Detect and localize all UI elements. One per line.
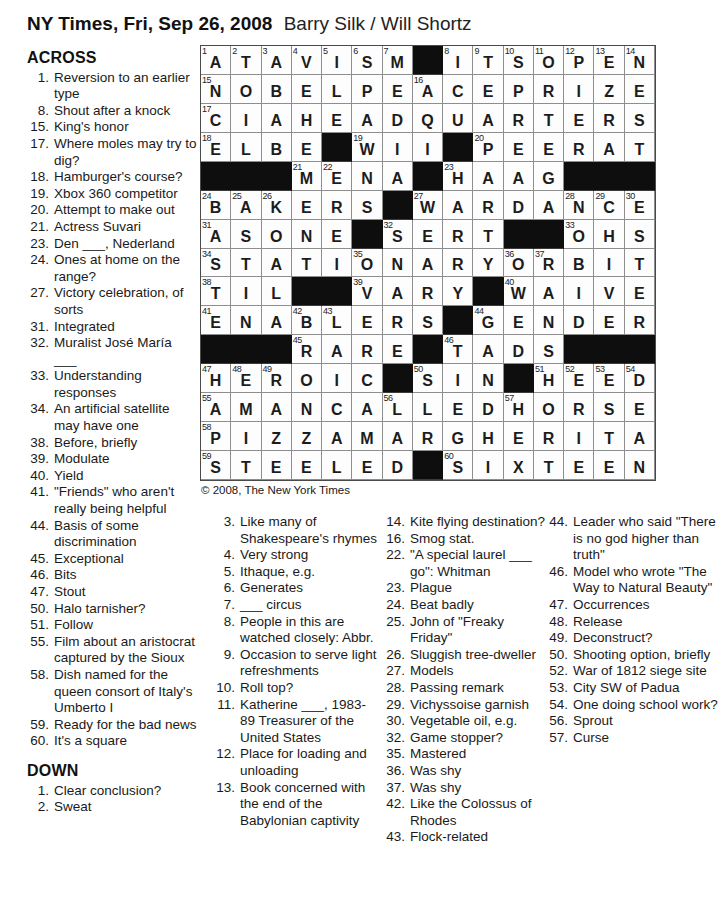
grid-cell[interactable]: A xyxy=(262,306,292,335)
grid-cell[interactable]: I xyxy=(564,277,594,306)
grid-cell[interactable]: E xyxy=(322,104,352,133)
grid-cell[interactable]: 28N xyxy=(564,191,594,220)
grid-cell[interactable]: R xyxy=(564,133,594,162)
cell-letter: O xyxy=(542,402,554,421)
grid-cell[interactable]: A xyxy=(383,162,413,191)
grid-cell[interactable]: D xyxy=(504,335,534,364)
cell-letter: V xyxy=(604,286,615,305)
grid-cell[interactable]: 47H xyxy=(201,364,231,393)
grid-cell[interactable]: E xyxy=(413,220,443,249)
cell-number: 14 xyxy=(626,46,635,56)
grid-cell[interactable]: 43L xyxy=(322,306,352,335)
grid-cell[interactable]: 39V xyxy=(352,277,382,306)
clue-number: 1. xyxy=(27,783,54,800)
grid-cell[interactable]: B xyxy=(262,133,292,162)
grid-cell[interactable]: 37R xyxy=(534,249,564,278)
grid-cell[interactable]: 54D xyxy=(625,364,655,393)
cell-letter: N xyxy=(361,171,373,190)
clue-number: 39. xyxy=(27,451,54,468)
grid-cell[interactable]: S xyxy=(625,104,655,133)
grid-cell[interactable]: 22E xyxy=(322,162,352,191)
grid-cell[interactable]: 24B xyxy=(201,191,231,220)
grid-cell[interactable]: 3A xyxy=(262,46,292,75)
grid-cell[interactable]: P xyxy=(504,75,534,104)
grid-cell[interactable]: T xyxy=(231,451,261,480)
grid-cell[interactable]: R xyxy=(504,104,534,133)
grid-cell[interactable]: 30E xyxy=(625,191,655,220)
grid-cell[interactable]: 57H xyxy=(504,393,534,422)
grid-cell[interactable]: 12P xyxy=(564,46,594,75)
grid-cell[interactable]: I xyxy=(564,75,594,104)
grid-cell[interactable]: I xyxy=(594,249,624,278)
grid-cell[interactable]: N xyxy=(292,220,322,249)
cell-letter: A xyxy=(331,431,343,450)
grid-cell[interactable]: Z xyxy=(292,422,322,451)
grid-cell[interactable]: N xyxy=(383,249,413,278)
grid-cell[interactable]: R xyxy=(443,220,473,249)
cell-letter: E xyxy=(634,286,645,305)
clue-text: Beat badly xyxy=(410,597,547,614)
clue-text: It's a square xyxy=(54,733,197,750)
cell-letter: O xyxy=(300,373,312,392)
grid-cell[interactable]: I xyxy=(231,422,261,451)
cell-letter: P xyxy=(362,84,373,103)
grid-cell[interactable]: 29C xyxy=(594,191,624,220)
cell-letter: E xyxy=(513,142,524,161)
grid-cell[interactable]: 46T xyxy=(443,335,473,364)
grid-cell[interactable]: I xyxy=(322,249,352,278)
grid-cell[interactable]: 2T xyxy=(231,46,261,75)
grid-cell[interactable]: Y xyxy=(443,277,473,306)
grid-cell[interactable]: S xyxy=(231,220,261,249)
grid-cell[interactable]: O xyxy=(292,364,322,393)
grid-cell[interactable]: T xyxy=(625,133,655,162)
grid-cell[interactable]: S xyxy=(413,306,443,335)
cell-letter: R xyxy=(452,257,464,276)
grid-cell[interactable]: D xyxy=(383,451,413,480)
cell-letter: R xyxy=(543,84,555,103)
cell-letter: V xyxy=(301,55,312,74)
grid-cell[interactable]: 20P xyxy=(473,133,503,162)
black-cell xyxy=(504,220,534,249)
grid-cell[interactable]: A xyxy=(262,249,292,278)
grid-cell[interactable]: A xyxy=(443,191,473,220)
clue-number: 51. xyxy=(27,617,54,634)
grid-cell[interactable]: E xyxy=(352,306,382,335)
grid-cell[interactable]: 51H xyxy=(534,364,564,393)
grid-cell[interactable]: D xyxy=(564,306,594,335)
grid-cell[interactable]: M xyxy=(231,393,261,422)
grid-cell[interactable]: A xyxy=(473,335,503,364)
crossword-grid[interactable]: 1A2T3A4V5I6S7M8I9T10S11O12P13E14N15NOBEL… xyxy=(200,45,656,481)
cell-letter: A xyxy=(513,171,525,190)
grid-cell[interactable]: L xyxy=(231,133,261,162)
grid-cell[interactable]: D xyxy=(473,393,503,422)
grid-cell[interactable]: 48E xyxy=(231,364,261,393)
grid-cell[interactable]: H xyxy=(292,104,322,133)
grid-cell[interactable]: 8I xyxy=(443,46,473,75)
cell-number: 40 xyxy=(505,277,514,287)
grid-cell[interactable]: U xyxy=(443,104,473,133)
grid-cell[interactable]: V xyxy=(594,277,624,306)
cell-letter: C xyxy=(331,402,343,421)
cell-letter: R xyxy=(482,200,494,219)
cell-number: 54 xyxy=(626,364,635,374)
grid-cell[interactable]: C xyxy=(322,393,352,422)
clue-text: Shooting option, briefly xyxy=(573,647,722,664)
cell-letter: I xyxy=(607,257,611,276)
cell-letter: R xyxy=(422,286,434,305)
grid-cell[interactable]: 56L xyxy=(383,393,413,422)
grid-cell[interactable]: E xyxy=(292,133,322,162)
grid-cell[interactable]: N xyxy=(352,162,382,191)
clue-text: Before, briefly xyxy=(54,435,197,452)
grid-cell[interactable]: E xyxy=(564,104,594,133)
cell-letter: E xyxy=(392,84,403,103)
grid-cell[interactable]: 27W xyxy=(413,191,443,220)
clue-text: Was shy xyxy=(410,780,547,797)
cell-letter: S xyxy=(452,460,463,479)
grid-cell[interactable]: 16A xyxy=(413,75,443,104)
grid-cell[interactable]: A xyxy=(322,335,352,364)
grid-cell[interactable]: A xyxy=(534,191,564,220)
grid-cell[interactable]: 53E xyxy=(594,364,624,393)
clue-text: Katherine ___, 1983-89 Treasurer of the … xyxy=(240,697,381,747)
grid-cell[interactable]: T xyxy=(594,422,624,451)
grid-cell[interactable]: 45R xyxy=(292,335,322,364)
clue-text: Follow xyxy=(54,617,197,634)
clue-text: Deconstruct? xyxy=(573,630,722,647)
across-clue-40: 40.Yield xyxy=(27,468,197,485)
grid-cell[interactable]: 59S xyxy=(201,451,231,480)
grid-cell[interactable]: 52E xyxy=(564,364,594,393)
grid-cell[interactable]: 19W xyxy=(352,133,382,162)
grid-cell[interactable]: T xyxy=(292,249,322,278)
clue-text: John of "Freaky Friday" xyxy=(410,614,547,647)
grid-cell[interactable]: Y xyxy=(473,249,503,278)
grid-cell[interactable]: A xyxy=(473,104,503,133)
grid-cell[interactable]: A xyxy=(262,104,292,133)
grid-cell[interactable]: R xyxy=(383,306,413,335)
clue-text: An artificial satellite may have one xyxy=(54,401,197,434)
grid-cell[interactable]: A xyxy=(413,249,443,278)
grid-cell[interactable]: 18E xyxy=(201,133,231,162)
cell-letter: I xyxy=(486,460,490,479)
grid-cell[interactable]: I xyxy=(473,451,503,480)
grid-cell[interactable]: A xyxy=(625,422,655,451)
grid-cell[interactable]: 15N xyxy=(201,75,231,104)
black-cell xyxy=(443,306,473,335)
cell-letter: R xyxy=(331,200,343,219)
grid-cell[interactable]: E xyxy=(322,220,352,249)
cell-letter: H xyxy=(452,171,464,190)
cell-letter: L xyxy=(392,402,402,421)
across-clue-1: 1.Reversion to an earlier type xyxy=(27,70,197,103)
grid-cell[interactable]: E xyxy=(383,335,413,364)
grid-cell[interactable]: A xyxy=(262,393,292,422)
down-clue-43: 43.Flock-related xyxy=(383,829,547,846)
clue-text: Flock-related xyxy=(410,829,547,846)
cell-letter: S xyxy=(362,55,373,74)
cell-letter: A xyxy=(482,113,494,132)
grid-cell[interactable]: R xyxy=(322,191,352,220)
grid-cell[interactable]: 31A xyxy=(201,220,231,249)
grid-cell[interactable]: E xyxy=(473,75,503,104)
grid-cell[interactable]: E xyxy=(625,75,655,104)
down-clue-5: 5.Ithaque, e.g. xyxy=(213,564,381,581)
cell-letter: Z xyxy=(271,431,281,450)
grid-cell[interactable]: D xyxy=(383,104,413,133)
grid-cell[interactable]: 50S xyxy=(413,364,443,393)
grid-cell[interactable]: 60S xyxy=(443,451,473,480)
grid-cell[interactable]: E xyxy=(262,451,292,480)
grid-cell[interactable]: I xyxy=(231,277,261,306)
grid-cell[interactable]: A xyxy=(383,422,413,451)
clue-number: 43. xyxy=(383,829,410,846)
grid-cell[interactable]: L xyxy=(322,75,352,104)
grid-cell[interactable]: Q xyxy=(413,104,443,133)
grid-cell[interactable]: Z xyxy=(594,75,624,104)
grid-cell[interactable]: 14N xyxy=(625,46,655,75)
grid-cell[interactable]: A xyxy=(473,162,503,191)
cell-letter: D xyxy=(513,344,525,363)
down-clue-37: 37.Was shy xyxy=(383,780,547,797)
cell-letter: E xyxy=(573,460,584,479)
grid-cell[interactable]: T xyxy=(625,249,655,278)
clue-number: 11. xyxy=(213,697,240,714)
grid-cell[interactable]: E xyxy=(625,277,655,306)
grid-cell[interactable]: S xyxy=(352,191,382,220)
grid-cell[interactable]: 41E xyxy=(201,306,231,335)
grid-cell[interactable]: 17C xyxy=(201,104,231,133)
grid-cell[interactable]: N xyxy=(473,364,503,393)
cell-letter: N xyxy=(301,229,313,248)
down-clue-11: 11.Katherine ___, 1983-89 Treasurer of t… xyxy=(213,697,381,747)
grid-cell[interactable]: E xyxy=(352,451,382,480)
grid-cell[interactable]: E xyxy=(504,422,534,451)
grid-cell[interactable]: 40W xyxy=(504,277,534,306)
grid-cell[interactable]: B xyxy=(262,75,292,104)
grid-cell[interactable]: 13E xyxy=(594,46,624,75)
grid-cell[interactable]: L xyxy=(413,393,443,422)
grid-cell[interactable]: R xyxy=(534,75,564,104)
grid-cell[interactable]: 7M xyxy=(383,46,413,75)
grid-cell[interactable]: C xyxy=(443,75,473,104)
cell-number: 60 xyxy=(444,451,453,461)
grid-cell[interactable]: I xyxy=(443,364,473,393)
clue-text: Smog stat. xyxy=(410,531,547,548)
grid-cell[interactable]: T xyxy=(534,104,564,133)
grid-cell[interactable]: R xyxy=(625,306,655,335)
cell-letter: T xyxy=(302,257,312,276)
cell-letter: Q xyxy=(421,113,433,132)
clue-number: 38. xyxy=(27,435,54,452)
grid-cell[interactable]: A xyxy=(322,422,352,451)
grid-cell[interactable]: T xyxy=(473,220,503,249)
down-clue-4: 4.Very strong xyxy=(213,547,381,564)
grid-cell[interactable]: R xyxy=(594,104,624,133)
grid-cell[interactable]: 49R xyxy=(262,364,292,393)
grid-cell[interactable]: D xyxy=(504,191,534,220)
down-clue-3: 3.Like many of Shakespeare's rhymes xyxy=(213,514,381,547)
grid-cell[interactable]: E xyxy=(443,393,473,422)
grid-cell[interactable]: 36O xyxy=(504,249,534,278)
grid-cell[interactable]: L xyxy=(262,277,292,306)
grid-cell[interactable]: O xyxy=(534,393,564,422)
grid-cell[interactable]: 23H xyxy=(443,162,473,191)
clue-text: Victory celebration, of sorts xyxy=(54,285,197,318)
grid-cell[interactable]: E xyxy=(594,451,624,480)
clue-number: 31. xyxy=(27,319,54,336)
grid-cell[interactable]: 42B xyxy=(292,306,322,335)
grid-cell[interactable]: 1A xyxy=(201,46,231,75)
grid-cell[interactable]: T xyxy=(231,249,261,278)
grid-cell[interactable]: B xyxy=(564,249,594,278)
grid-cell[interactable]: L xyxy=(322,451,352,480)
grid-cell[interactable]: I xyxy=(413,133,443,162)
cell-letter: S xyxy=(422,373,433,392)
cell-letter: O xyxy=(542,55,554,74)
grid-cell[interactable]: N xyxy=(534,306,564,335)
grid-cell[interactable]: A xyxy=(594,133,624,162)
grid-cell[interactable]: A xyxy=(534,277,564,306)
grid-cell[interactable]: 26K xyxy=(262,191,292,220)
cell-letter: D xyxy=(391,460,403,479)
grid-cell[interactable]: E xyxy=(292,75,322,104)
grid-cell[interactable]: 34S xyxy=(201,249,231,278)
clue-text: Muralist José María ___ xyxy=(54,335,197,368)
cell-number: 48 xyxy=(232,364,241,374)
clue-text: People in this are watched closely: Abbr… xyxy=(240,614,381,647)
grid-cell[interactable]: N xyxy=(231,306,261,335)
cell-letter: T xyxy=(544,460,554,479)
grid-cell[interactable]: R xyxy=(413,277,443,306)
grid-cell[interactable]: R xyxy=(443,249,473,278)
grid-cell[interactable]: H xyxy=(594,220,624,249)
grid-cell[interactable]: E xyxy=(292,451,322,480)
cell-letter: H xyxy=(301,113,313,132)
grid-cell[interactable]: 4V xyxy=(292,46,322,75)
grid-cell[interactable]: N xyxy=(292,393,322,422)
grid-cell[interactable]: X xyxy=(504,451,534,480)
grid-cell[interactable]: N xyxy=(625,451,655,480)
grid-cell[interactable]: C xyxy=(352,364,382,393)
clue-number: 20. xyxy=(27,202,54,219)
grid-cell[interactable]: R xyxy=(413,422,443,451)
clue-column-2: 3.Like many of Shakespeare's rhymes4.Ver… xyxy=(213,514,381,829)
grid-cell[interactable]: 35O xyxy=(352,249,382,278)
grid-cell[interactable]: I xyxy=(322,364,352,393)
cell-letter: A xyxy=(270,55,282,74)
cell-letter: S xyxy=(634,113,645,132)
grid-cell[interactable]: 25A xyxy=(231,191,261,220)
cell-letter: E xyxy=(573,113,584,132)
clue-text: Kite flying destination? xyxy=(410,514,547,531)
grid-cell[interactable]: A xyxy=(352,393,382,422)
grid-cell[interactable]: 11O xyxy=(534,46,564,75)
grid-cell[interactable]: P xyxy=(352,75,382,104)
grid-cell[interactable]: E xyxy=(504,133,534,162)
grid-cell[interactable]: 5I xyxy=(322,46,352,75)
grid-cell[interactable]: M xyxy=(352,422,382,451)
grid-cell[interactable]: 21M xyxy=(292,162,322,191)
grid-cell[interactable]: 58P xyxy=(201,422,231,451)
grid-cell[interactable]: R xyxy=(564,393,594,422)
grid-cell[interactable]: 44G xyxy=(473,306,503,335)
cell-number: 31 xyxy=(202,220,211,230)
cell-number: 42 xyxy=(293,306,302,316)
grid-cell[interactable]: G xyxy=(443,422,473,451)
grid-cell[interactable]: E xyxy=(383,75,413,104)
cell-letter: I xyxy=(334,257,338,276)
grid-cell[interactable]: R xyxy=(473,191,503,220)
grid-cell[interactable]: Z xyxy=(262,422,292,451)
grid-cell[interactable]: E xyxy=(564,451,594,480)
grid-cell[interactable]: E xyxy=(292,191,322,220)
copyright: © 2008, The New York Times xyxy=(201,484,350,496)
grid-cell[interactable]: 9T xyxy=(473,46,503,75)
grid-cell[interactable]: A xyxy=(352,104,382,133)
grid-cell[interactable]: S xyxy=(594,393,624,422)
clue-number: 48. xyxy=(546,614,573,631)
across-clue-15: 15.King's honor xyxy=(27,119,197,136)
clue-text: Xbox 360 competitor xyxy=(54,186,197,203)
cell-letter: A xyxy=(240,200,252,219)
across-clue-17: 17.Where moles may try to dig? xyxy=(27,136,197,169)
grid-cell[interactable]: A xyxy=(383,277,413,306)
grid-cell[interactable]: E xyxy=(504,306,534,335)
grid-cell[interactable]: A xyxy=(504,162,534,191)
across-header: ACROSS xyxy=(27,50,197,67)
grid-cell[interactable]: I xyxy=(383,133,413,162)
grid-cell[interactable]: S xyxy=(534,335,564,364)
grid-cell[interactable]: E xyxy=(534,133,564,162)
grid-cell[interactable]: O xyxy=(231,75,261,104)
cell-letter: A xyxy=(210,229,222,248)
black-cell xyxy=(413,162,443,191)
grid-cell[interactable]: E xyxy=(594,306,624,335)
grid-cell[interactable]: I xyxy=(231,104,261,133)
grid-cell[interactable]: 32S xyxy=(383,220,413,249)
down-clue-12: 12.Place for loading and unloading xyxy=(213,746,381,779)
cell-number: 22 xyxy=(323,162,332,172)
clue-text: Leader who said "There is no god higher … xyxy=(573,514,722,564)
grid-cell[interactable]: 33O xyxy=(564,220,594,249)
grid-cell[interactable]: S xyxy=(625,220,655,249)
cell-number: 3 xyxy=(263,46,268,56)
cell-letter: S xyxy=(634,229,645,248)
grid-cell[interactable]: R xyxy=(352,335,382,364)
grid-cell[interactable]: T xyxy=(534,451,564,480)
cell-letter: Y xyxy=(483,257,494,276)
grid-cell[interactable]: 10S xyxy=(504,46,534,75)
cell-letter: E xyxy=(301,142,312,161)
down-clue-28: 28.Passing remark xyxy=(383,680,547,697)
clue-text: Clear conclusion? xyxy=(54,783,197,800)
clue-column-1: ACROSS1.Reversion to an earlier type8.Sh… xyxy=(27,50,197,816)
cell-letter: C xyxy=(210,113,222,132)
grid-cell[interactable]: 55A xyxy=(201,393,231,422)
grid-cell[interactable]: H xyxy=(473,422,503,451)
grid-cell[interactable]: 38T xyxy=(201,277,231,306)
clue-text: Stout xyxy=(54,584,197,601)
grid-cell[interactable]: E xyxy=(625,393,655,422)
grid-cell[interactable]: R xyxy=(534,422,564,451)
grid-cell[interactable]: I xyxy=(564,422,594,451)
grid-cell[interactable]: 6S xyxy=(352,46,382,75)
grid-cell[interactable]: G xyxy=(534,162,564,191)
grid-cell[interactable]: O xyxy=(262,220,292,249)
